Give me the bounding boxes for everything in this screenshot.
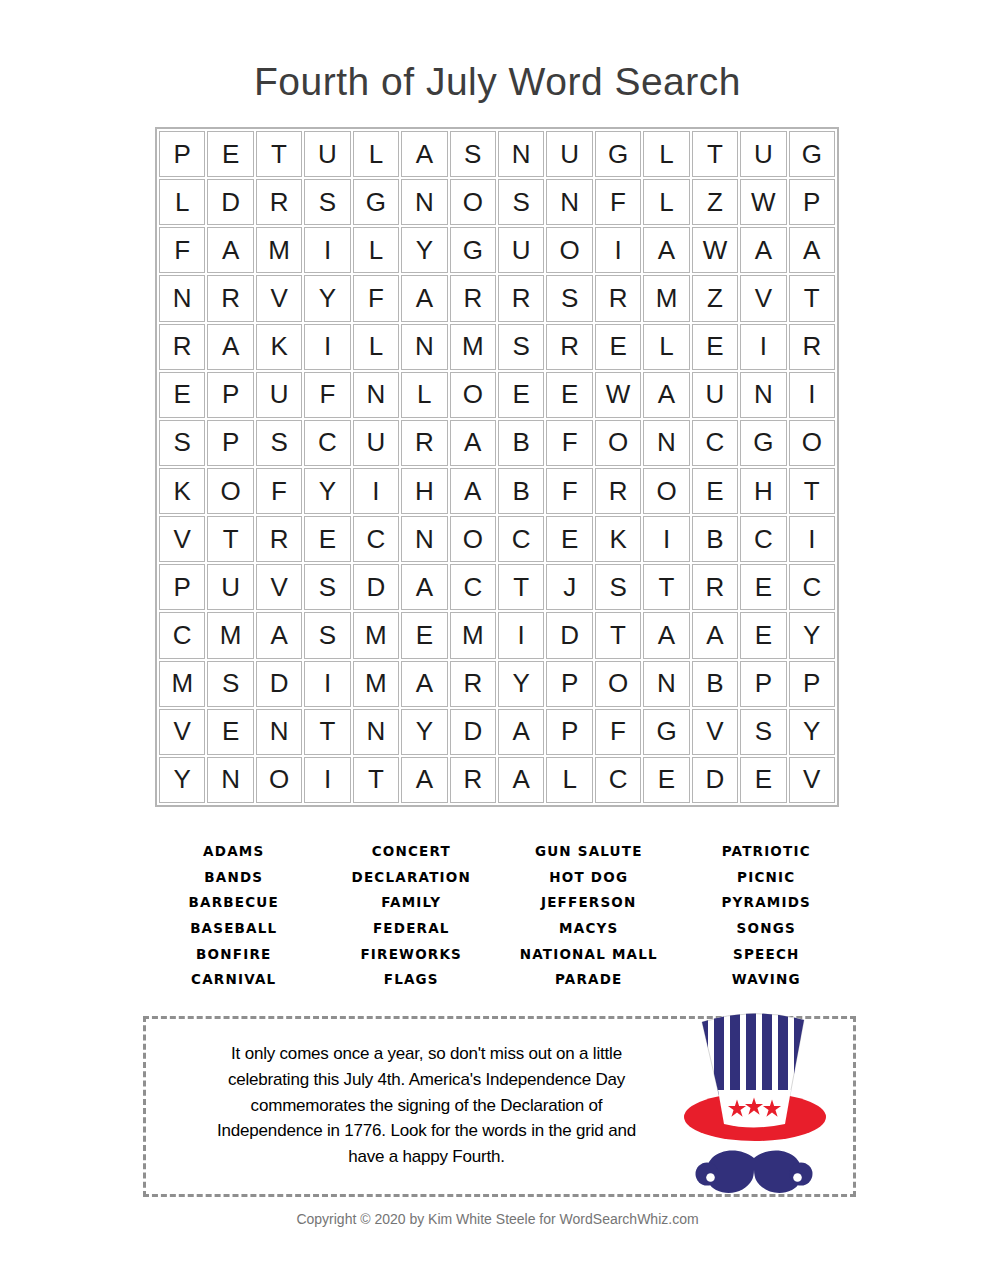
grid-cell-r1c12: T [692,131,738,177]
word-item: BARBECUE [145,890,323,916]
grid-cell-r14c9: L [546,757,592,803]
grid-cell-r3c9: O [546,227,592,273]
grid-cell-r5c1: R [159,324,205,370]
grid-cell-r11c11: A [643,612,689,658]
word-item: WAVING [678,967,856,993]
grid-cell-r2c10: F [595,179,641,225]
grid-cell-r1c11: L [643,131,689,177]
grid-cell-r10c14: C [789,564,835,610]
word-item: PARADE [500,967,678,993]
grid-cell-r12c11: N [643,661,689,707]
grid-cell-r4c12: Z [692,275,738,321]
grid-cell-r6c8: E [498,372,544,418]
grid-cell-r2c7: O [450,179,496,225]
grid-cell-r1c3: T [256,131,302,177]
grid-cell-r2c2: D [207,179,253,225]
grid-cell-r9c4: E [304,516,350,562]
grid-cell-r11c6: E [401,612,447,658]
grid-cell-r5c6: N [401,324,447,370]
grid-cell-r10c13: E [740,564,786,610]
grid-cell-r11c13: E [740,612,786,658]
grid-cell-r5c2: A [207,324,253,370]
grid-cell-r10c2: U [207,564,253,610]
grid-cell-r3c8: U [498,227,544,273]
grid-cell-r5c14: R [789,324,835,370]
grid-cell-r7c8: B [498,420,544,466]
grid-cell-r5c10: E [595,324,641,370]
grid-cell-r3c11: A [643,227,689,273]
grid-cell-r2c13: W [740,179,786,225]
grid-cell-r4c10: R [595,275,641,321]
grid-cell-r4c1: N [159,275,205,321]
grid-cell-r4c2: R [207,275,253,321]
grid-cell-r2c11: L [643,179,689,225]
grid-cell-r13c2: E [207,709,253,755]
grid-cell-r4c3: V [256,275,302,321]
grid-cell-r14c12: D [692,757,738,803]
word-item: BANDS [145,865,323,891]
word-item: SONGS [678,916,856,942]
grid-cell-r5c8: S [498,324,544,370]
grid-cell-r14c14: V [789,757,835,803]
grid-cell-r13c4: T [304,709,350,755]
word-list-column-2: CONCERTDECLARATIONFAMILYFEDERALFIREWORKS… [323,839,501,993]
word-item: NATIONAL MALL [500,942,678,968]
grid-cell-r14c6: A [401,757,447,803]
uncle-sam-hat-icon [681,1012,837,1196]
grid-cell-r8c10: R [595,468,641,514]
grid-cell-r7c2: P [207,420,253,466]
grid-cell-r10c6: A [401,564,447,610]
word-list-column-3: GUN SALUTEHOT DOGJEFFERSONMACYSNATIONAL … [500,839,678,993]
grid-cell-r14c5: T [353,757,399,803]
grid-cell-r3c10: I [595,227,641,273]
grid-cell-r3c13: A [740,227,786,273]
grid-cell-r5c4: I [304,324,350,370]
grid-cell-r9c11: I [643,516,689,562]
grid-cell-r7c9: F [546,420,592,466]
grid-cell-r14c1: Y [159,757,205,803]
grid-cell-r8c7: A [450,468,496,514]
grid-cell-r2c4: S [304,179,350,225]
grid-cell-r12c5: M [353,661,399,707]
grid-cell-r1c10: G [595,131,641,177]
copyright-line: Copyright © 2020 by Kim White Steele for… [0,1211,995,1227]
grid-cell-r13c1: V [159,709,205,755]
grid-cell-r13c12: V [692,709,738,755]
grid-cell-r13c14: Y [789,709,835,755]
grid-cell-r10c8: T [498,564,544,610]
grid-cell-r7c11: N [643,420,689,466]
grid-cell-r7c14: O [789,420,835,466]
grid-cell-r9c6: N [401,516,447,562]
grid-cell-r1c8: N [498,131,544,177]
grid-cell-r12c3: D [256,661,302,707]
grid-cell-r7c13: G [740,420,786,466]
word-item: PYRAMIDS [678,890,856,916]
grid-cell-r13c8: A [498,709,544,755]
grid-cell-r9c1: V [159,516,205,562]
grid-cell-r11c1: C [159,612,205,658]
word-item: FAMILY [323,890,501,916]
grid-cell-r4c6: A [401,275,447,321]
grid-cell-r8c13: H [740,468,786,514]
word-item: CARNIVAL [145,967,323,993]
grid-cell-r1c4: U [304,131,350,177]
intro-line: It only comes once a year, so don't miss… [154,1041,699,1067]
grid-cell-r14c3: O [256,757,302,803]
grid-cell-r10c7: C [450,564,496,610]
word-list-column-4: PATRIOTICPICNICPYRAMIDSSONGSSPEECHWAVING [678,839,856,993]
grid-cell-r5c11: L [643,324,689,370]
grid-cell-r4c9: S [546,275,592,321]
grid-cell-r10c9: J [546,564,592,610]
grid-cell-r1c1: P [159,131,205,177]
grid-cell-r8c9: F [546,468,592,514]
grid-cell-r13c3: N [256,709,302,755]
grid-cell-r7c6: R [401,420,447,466]
grid-cell-r6c10: W [595,372,641,418]
grid-cell-r10c11: T [643,564,689,610]
intro-line: have a happy Fourth. [154,1144,699,1170]
grid-cell-r11c14: Y [789,612,835,658]
grid-cell-r1c14: G [789,131,835,177]
grid-cell-r6c13: N [740,372,786,418]
grid-cell-r10c12: R [692,564,738,610]
grid-cell-r11c4: S [304,612,350,658]
page-title: Fourth of July Word Search [0,60,995,104]
grid-cell-r8c2: O [207,468,253,514]
word-item: FLAGS [323,967,501,993]
word-item: GUN SALUTE [500,839,678,865]
grid-cell-r4c13: V [740,275,786,321]
grid-cell-r2c3: R [256,179,302,225]
grid-cell-r11c12: A [692,612,738,658]
grid-cell-r14c8: A [498,757,544,803]
grid-cell-r9c10: K [595,516,641,562]
grid-cell-r7c10: O [595,420,641,466]
grid-cell-r9c5: C [353,516,399,562]
grid-cell-r11c3: A [256,612,302,658]
grid-cell-r12c13: P [740,661,786,707]
grid-cell-r12c6: A [401,661,447,707]
grid-cell-r3c1: F [159,227,205,273]
grid-cell-r6c3: U [256,372,302,418]
grid-cell-r4c7: R [450,275,496,321]
grid-cell-r11c5: M [353,612,399,658]
grid-cell-r9c14: I [789,516,835,562]
grid-cell-r4c8: R [498,275,544,321]
grid-cell-r6c9: E [546,372,592,418]
grid-cell-r8c11: O [643,468,689,514]
grid-cell-r14c2: N [207,757,253,803]
word-item: FEDERAL [323,916,501,942]
grid-cell-r8c1: K [159,468,205,514]
grid-cell-r4c5: F [353,275,399,321]
grid-cell-r9c2: T [207,516,253,562]
word-item: ADAMS [145,839,323,865]
grid-cell-r12c2: S [207,661,253,707]
word-item: JEFFERSON [500,890,678,916]
mustache-icon [696,1151,813,1194]
grid-cell-r5c5: L [353,324,399,370]
word-list: ADAMSBANDSBARBECUEBASEBALLBONFIRECARNIVA… [145,839,855,993]
grid-cell-r5c9: R [546,324,592,370]
grid-cell-r10c5: D [353,564,399,610]
grid-cell-r13c10: F [595,709,641,755]
grid-cell-r3c7: G [450,227,496,273]
grid-cell-r4c11: M [643,275,689,321]
grid-cell-r11c7: M [450,612,496,658]
grid-cell-r9c9: E [546,516,592,562]
word-item: BONFIRE [145,942,323,968]
grid-cell-r6c14: I [789,372,835,418]
grid-cell-r12c9: P [546,661,592,707]
grid-cell-r5c3: K [256,324,302,370]
grid-cell-r3c4: I [304,227,350,273]
grid-cell-r3c5: L [353,227,399,273]
grid-cell-r14c11: E [643,757,689,803]
grid-cell-r9c8: C [498,516,544,562]
grid-cell-r6c12: U [692,372,738,418]
grid-cell-r10c10: S [595,564,641,610]
grid-cell-r12c12: B [692,661,738,707]
grid-cell-r8c8: B [498,468,544,514]
grid-cell-r13c11: G [643,709,689,755]
grid-cell-r1c5: L [353,131,399,177]
grid-cell-r1c13: U [740,131,786,177]
grid-cell-r6c4: F [304,372,350,418]
grid-cell-r10c1: P [159,564,205,610]
grid-cell-r6c6: L [401,372,447,418]
grid-cell-r6c11: A [643,372,689,418]
grid-cell-r10c3: V [256,564,302,610]
grid-cell-r10c4: S [304,564,350,610]
grid-cell-r7c4: C [304,420,350,466]
grid-cell-r3c2: A [207,227,253,273]
grid-cell-r12c7: R [450,661,496,707]
grid-cell-r7c1: S [159,420,205,466]
grid-cell-r1c7: S [450,131,496,177]
intro-line: commemorates the signing of the Declarat… [154,1093,699,1119]
word-item: SPEECH [678,942,856,968]
grid-cell-r9c13: C [740,516,786,562]
grid-cell-r11c2: M [207,612,253,658]
grid-cell-r14c13: E [740,757,786,803]
grid-cell-r6c1: E [159,372,205,418]
grid-cell-r9c12: B [692,516,738,562]
grid-cell-r13c5: N [353,709,399,755]
grid-cell-r8c14: T [789,468,835,514]
grid-cell-r6c7: O [450,372,496,418]
grid-cell-r3c12: W [692,227,738,273]
grid-cell-r7c3: S [256,420,302,466]
grid-cell-r13c6: Y [401,709,447,755]
grid-cell-r13c9: P [546,709,592,755]
grid-cell-r7c5: U [353,420,399,466]
grid-cell-r14c4: I [304,757,350,803]
grid-cell-r7c7: A [450,420,496,466]
grid-cell-r3c6: Y [401,227,447,273]
intro-line: celebrating this July 4th. America's Ind… [154,1067,699,1093]
grid-cell-r13c7: D [450,709,496,755]
grid-cell-r13c13: S [740,709,786,755]
grid-cell-r11c9: D [546,612,592,658]
grid-cell-r8c4: Y [304,468,350,514]
grid-cell-r12c8: Y [498,661,544,707]
word-item: MACYS [500,916,678,942]
word-item: DECLARATION [323,865,501,891]
grid-cell-r7c12: C [692,420,738,466]
word-item: PICNIC [678,865,856,891]
grid-cell-r9c7: O [450,516,496,562]
grid-cell-r6c5: N [353,372,399,418]
grid-cell-r8c3: F [256,468,302,514]
grid-cell-r2c8: S [498,179,544,225]
word-item: HOT DOG [500,865,678,891]
grid-cell-r6c2: P [207,372,253,418]
grid-cell-r9c3: R [256,516,302,562]
grid-cell-r2c1: L [159,179,205,225]
word-item: BASEBALL [145,916,323,942]
grid-cell-r11c10: T [595,612,641,658]
worksheet-page: Fourth of July Word Search PETULASNUGLTU… [0,0,995,1287]
grid-cell-r8c12: E [692,468,738,514]
grid-cell-r5c13: I [740,324,786,370]
grid-cell-r4c4: Y [304,275,350,321]
word-search-grid: PETULASNUGLTUGLDRSGNOSNFLZWPFAMILYGUOIAW… [155,127,839,807]
word-list-column-1: ADAMSBANDSBARBECUEBASEBALLBONFIRECARNIVA… [145,839,323,993]
grid-cell-r2c12: Z [692,179,738,225]
grid-cell-r8c6: H [401,468,447,514]
grid-cell-r14c10: C [595,757,641,803]
grid-cell-r1c2: E [207,131,253,177]
word-item: FIREWORKS [323,942,501,968]
grid-cell-r2c14: P [789,179,835,225]
grid-cell-r12c4: I [304,661,350,707]
grid-cell-r5c12: E [692,324,738,370]
grid-cell-r4c14: T [789,275,835,321]
grid-cell-r11c8: I [498,612,544,658]
word-item: CONCERT [323,839,501,865]
grid-cell-r12c1: M [159,661,205,707]
grid-cell-r1c6: A [401,131,447,177]
grid-cell-r3c3: M [256,227,302,273]
grid-cell-r2c6: N [401,179,447,225]
intro-text: It only comes once a year, so don't miss… [154,1041,699,1170]
grid-cell-r12c14: P [789,661,835,707]
grid-cell-r8c5: I [353,468,399,514]
grid-cell-r2c5: G [353,179,399,225]
grid-cell-r5c7: M [450,324,496,370]
grid-cell-r2c9: N [546,179,592,225]
intro-line: Independence in 1776. Look for the words… [154,1118,699,1144]
grid-cell-r3c14: A [789,227,835,273]
grid-cell-r1c9: U [546,131,592,177]
grid-cell-r14c7: R [450,757,496,803]
grid-cell-r12c10: O [595,661,641,707]
word-item: PATRIOTIC [678,839,856,865]
